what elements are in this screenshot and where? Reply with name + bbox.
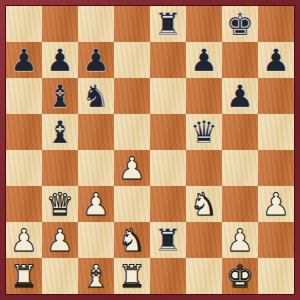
square-f4[interactable] (186, 150, 222, 186)
square-b1[interactable] (42, 258, 78, 294)
square-f6[interactable] (186, 78, 222, 114)
square-a7[interactable]: ♟ (6, 42, 42, 78)
square-b4[interactable] (42, 150, 78, 186)
square-a1[interactable]: ♜ (6, 258, 42, 294)
square-a2[interactable]: ♟ (6, 222, 42, 258)
chess-diagram: ♜♚♟♟♟♟♟♝♞♟♝♛♟♛♟♞♟♟♟♞♜♟♜♝♜♚ (0, 0, 300, 300)
square-d2[interactable]: ♞ (114, 222, 150, 258)
square-g1[interactable]: ♚ (222, 258, 258, 294)
square-c7[interactable]: ♟ (78, 42, 114, 78)
square-b6[interactable]: ♝ (42, 78, 78, 114)
piece-black-queen[interactable]: ♛ (190, 114, 218, 150)
square-c5[interactable] (78, 114, 114, 150)
square-e1[interactable] (150, 258, 186, 294)
square-g4[interactable] (222, 150, 258, 186)
square-f1[interactable] (186, 258, 222, 294)
piece-white-pawn[interactable]: ♟ (10, 222, 38, 258)
square-g3[interactable] (222, 186, 258, 222)
square-d8[interactable] (114, 6, 150, 42)
square-a3[interactable] (6, 186, 42, 222)
square-h8[interactable] (258, 6, 294, 42)
square-g5[interactable] (222, 114, 258, 150)
square-c1[interactable]: ♝ (78, 258, 114, 294)
square-f5[interactable]: ♛ (186, 114, 222, 150)
piece-white-pawn[interactable]: ♟ (226, 222, 254, 258)
board-frame: ♜♚♟♟♟♟♟♝♞♟♝♛♟♛♟♞♟♟♟♞♜♟♜♝♜♚ (0, 0, 300, 300)
piece-white-queen[interactable]: ♛ (46, 186, 74, 222)
square-e8[interactable]: ♜ (150, 6, 186, 42)
piece-black-rook[interactable]: ♜ (154, 222, 182, 258)
square-c4[interactable] (78, 150, 114, 186)
piece-white-king[interactable]: ♚ (226, 258, 254, 294)
square-d6[interactable] (114, 78, 150, 114)
piece-black-king[interactable]: ♚ (226, 6, 254, 42)
square-a4[interactable] (6, 150, 42, 186)
square-b2[interactable]: ♟ (42, 222, 78, 258)
piece-black-pawn[interactable]: ♟ (46, 42, 74, 78)
square-d5[interactable] (114, 114, 150, 150)
square-d7[interactable] (114, 42, 150, 78)
square-c8[interactable] (78, 6, 114, 42)
square-d4[interactable]: ♟ (114, 150, 150, 186)
piece-white-pawn[interactable]: ♟ (262, 186, 290, 222)
square-g6[interactable]: ♟ (222, 78, 258, 114)
piece-white-knight[interactable]: ♞ (190, 186, 218, 222)
piece-white-pawn[interactable]: ♟ (46, 222, 74, 258)
piece-white-bishop[interactable]: ♝ (82, 258, 110, 294)
piece-white-knight[interactable]: ♞ (118, 222, 146, 258)
piece-white-rook[interactable]: ♜ (10, 258, 38, 294)
piece-black-pawn[interactable]: ♟ (10, 42, 38, 78)
square-h5[interactable] (258, 114, 294, 150)
square-e5[interactable] (150, 114, 186, 150)
square-h2[interactable] (258, 222, 294, 258)
piece-black-pawn[interactable]: ♟ (82, 42, 110, 78)
square-f3[interactable]: ♞ (186, 186, 222, 222)
piece-white-rook[interactable]: ♜ (118, 258, 146, 294)
square-h4[interactable] (258, 150, 294, 186)
square-h6[interactable] (258, 78, 294, 114)
square-c2[interactable] (78, 222, 114, 258)
piece-black-pawn[interactable]: ♟ (262, 42, 290, 78)
piece-black-rook[interactable]: ♜ (154, 6, 182, 42)
square-g7[interactable] (222, 42, 258, 78)
square-e6[interactable] (150, 78, 186, 114)
piece-black-pawn[interactable]: ♟ (226, 78, 254, 114)
square-f2[interactable] (186, 222, 222, 258)
square-b8[interactable] (42, 6, 78, 42)
square-b5[interactable]: ♝ (42, 114, 78, 150)
square-h7[interactable]: ♟ (258, 42, 294, 78)
square-e3[interactable] (150, 186, 186, 222)
square-b7[interactable]: ♟ (42, 42, 78, 78)
square-b3[interactable]: ♛ (42, 186, 78, 222)
square-h1[interactable] (258, 258, 294, 294)
square-e4[interactable] (150, 150, 186, 186)
piece-black-bishop[interactable]: ♝ (46, 114, 74, 150)
piece-black-knight[interactable]: ♞ (82, 78, 110, 114)
square-f8[interactable] (186, 6, 222, 42)
square-f7[interactable]: ♟ (186, 42, 222, 78)
square-e7[interactable] (150, 42, 186, 78)
square-d3[interactable] (114, 186, 150, 222)
square-e2[interactable]: ♜ (150, 222, 186, 258)
square-c3[interactable]: ♟ (78, 186, 114, 222)
square-a8[interactable] (6, 6, 42, 42)
square-a6[interactable] (6, 78, 42, 114)
piece-white-pawn[interactable]: ♟ (82, 186, 110, 222)
square-h3[interactable]: ♟ (258, 186, 294, 222)
chess-board: ♜♚♟♟♟♟♟♝♞♟♝♛♟♛♟♞♟♟♟♞♜♟♜♝♜♚ (6, 6, 294, 294)
piece-black-bishop[interactable]: ♝ (46, 78, 74, 114)
square-d1[interactable]: ♜ (114, 258, 150, 294)
square-c6[interactable]: ♞ (78, 78, 114, 114)
square-a5[interactable] (6, 114, 42, 150)
piece-white-pawn[interactable]: ♟ (118, 150, 146, 186)
square-g2[interactable]: ♟ (222, 222, 258, 258)
piece-black-pawn[interactable]: ♟ (190, 42, 218, 78)
square-g8[interactable]: ♚ (222, 6, 258, 42)
